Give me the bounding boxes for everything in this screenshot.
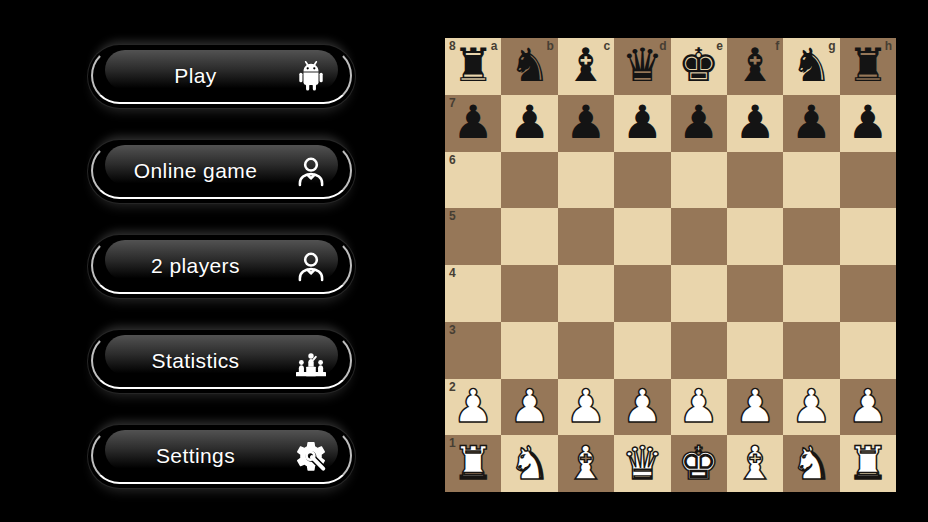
square-b5[interactable] <box>501 208 557 265</box>
black-pawn[interactable]: ♟ <box>453 99 494 145</box>
two-players-button-label: 2 players <box>88 235 303 296</box>
black-rook[interactable]: ♜ <box>847 42 888 88</box>
white-rook[interactable]: ♜ <box>847 440 888 486</box>
statistics-button-label: Statistics <box>88 330 303 391</box>
square-e7[interactable]: ♟ <box>671 95 727 152</box>
rank-label-5: 5 <box>449 210 456 222</box>
square-g2[interactable]: ♟ <box>783 379 839 436</box>
person-icon <box>293 248 329 284</box>
white-rook[interactable]: ♜ <box>453 440 494 486</box>
white-queen[interactable]: ♛ <box>622 440 663 486</box>
square-d3[interactable] <box>614 322 670 379</box>
online-game-button[interactable]: Online game <box>88 140 355 203</box>
square-c6[interactable] <box>558 152 614 209</box>
square-c4[interactable] <box>558 265 614 322</box>
square-h1[interactable]: ♜ <box>840 435 896 492</box>
square-c2[interactable]: ♟ <box>558 379 614 436</box>
black-pawn[interactable]: ♟ <box>734 99 775 145</box>
black-bishop[interactable]: ♝ <box>734 42 775 88</box>
black-bishop[interactable]: ♝ <box>565 42 606 88</box>
play-button[interactable]: Play <box>88 45 355 108</box>
square-d1[interactable]: ♛ <box>614 435 670 492</box>
square-e5[interactable] <box>671 208 727 265</box>
black-pawn[interactable]: ♟ <box>847 99 888 145</box>
square-g5[interactable] <box>783 208 839 265</box>
chessboard: a8♜b♞c♝d♛e♚f♝g♞h♜7♟♟♟♟♟♟♟♟65432♟♟♟♟♟♟♟♟1… <box>445 38 896 492</box>
square-h3[interactable] <box>840 322 896 379</box>
square-d5[interactable] <box>614 208 670 265</box>
square-c5[interactable] <box>558 208 614 265</box>
square-d4[interactable] <box>614 265 670 322</box>
square-b8[interactable]: b♞ <box>501 38 557 95</box>
square-f2[interactable]: ♟ <box>727 379 783 436</box>
square-e3[interactable] <box>671 322 727 379</box>
white-bishop[interactable]: ♝ <box>565 440 606 486</box>
white-pawn[interactable]: ♟ <box>453 383 494 429</box>
square-a3[interactable]: 3 <box>445 322 501 379</box>
white-pawn[interactable]: ♟ <box>622 383 663 429</box>
square-a2[interactable]: 2♟ <box>445 379 501 436</box>
square-c1[interactable]: ♝ <box>558 435 614 492</box>
square-d7[interactable]: ♟ <box>614 95 670 152</box>
square-d6[interactable] <box>614 152 670 209</box>
square-c8[interactable]: c♝ <box>558 38 614 95</box>
white-pawn[interactable]: ♟ <box>734 383 775 429</box>
square-f4[interactable] <box>727 265 783 322</box>
person-icon <box>293 153 329 189</box>
square-f3[interactable] <box>727 322 783 379</box>
black-pawn[interactable]: ♟ <box>622 99 663 145</box>
two-players-button[interactable]: 2 players <box>88 235 355 298</box>
gear-wrench-icon <box>293 438 329 474</box>
white-pawn[interactable]: ♟ <box>509 383 550 429</box>
square-g1[interactable]: ♞ <box>783 435 839 492</box>
square-b1[interactable]: ♞ <box>501 435 557 492</box>
file-label-f: f <box>775 40 779 52</box>
square-c7[interactable]: ♟ <box>558 95 614 152</box>
white-pawn[interactable]: ♟ <box>678 383 719 429</box>
square-h6[interactable] <box>840 152 896 209</box>
square-d8[interactable]: d♛ <box>614 38 670 95</box>
white-king[interactable]: ♚ <box>678 440 719 486</box>
square-e1[interactable]: ♚ <box>671 435 727 492</box>
white-bishop[interactable]: ♝ <box>734 440 775 486</box>
black-king[interactable]: ♚ <box>678 42 719 88</box>
square-f6[interactable] <box>727 152 783 209</box>
black-rook[interactable]: ♜ <box>453 42 494 88</box>
square-c3[interactable] <box>558 322 614 379</box>
square-e6[interactable] <box>671 152 727 209</box>
square-e2[interactable]: ♟ <box>671 379 727 436</box>
white-pawn[interactable]: ♟ <box>847 383 888 429</box>
square-a4[interactable]: 4 <box>445 265 501 322</box>
square-a7[interactable]: 7♟ <box>445 95 501 152</box>
play-button-label: Play <box>88 45 303 106</box>
square-f1[interactable]: ♝ <box>727 435 783 492</box>
square-f5[interactable] <box>727 208 783 265</box>
square-f8[interactable]: f♝ <box>727 38 783 95</box>
settings-button[interactable]: Settings <box>88 425 355 488</box>
square-b4[interactable] <box>501 265 557 322</box>
square-h8[interactable]: h♜ <box>840 38 896 95</box>
square-g8[interactable]: g♞ <box>783 38 839 95</box>
square-g4[interactable] <box>783 265 839 322</box>
square-g6[interactable] <box>783 152 839 209</box>
black-pawn[interactable]: ♟ <box>565 99 606 145</box>
rank-label-3: 3 <box>449 324 456 336</box>
white-pawn[interactable]: ♟ <box>565 383 606 429</box>
square-h7[interactable]: ♟ <box>840 95 896 152</box>
square-d2[interactable]: ♟ <box>614 379 670 436</box>
square-g3[interactable] <box>783 322 839 379</box>
square-b6[interactable] <box>501 152 557 209</box>
black-pawn[interactable]: ♟ <box>678 99 719 145</box>
square-h2[interactable]: ♟ <box>840 379 896 436</box>
android-icon <box>293 58 329 94</box>
square-h4[interactable] <box>840 265 896 322</box>
square-a5[interactable]: 5 <box>445 208 501 265</box>
settings-button-label: Settings <box>88 425 303 486</box>
square-f7[interactable]: ♟ <box>727 95 783 152</box>
square-b7[interactable]: ♟ <box>501 95 557 152</box>
square-g7[interactable]: ♟ <box>783 95 839 152</box>
black-queen[interactable]: ♛ <box>622 42 663 88</box>
square-a1[interactable]: 1♜ <box>445 435 501 492</box>
rank-label-4: 4 <box>449 267 456 279</box>
square-e4[interactable] <box>671 265 727 322</box>
black-knight[interactable]: ♞ <box>791 42 832 88</box>
black-pawn[interactable]: ♟ <box>509 99 550 145</box>
square-a8[interactable]: a8♜ <box>445 38 501 95</box>
square-b3[interactable] <box>501 322 557 379</box>
black-pawn[interactable]: ♟ <box>791 99 832 145</box>
main-menu: Play Online game <box>88 45 355 520</box>
statistics-button[interactable]: Statistics <box>88 330 355 393</box>
white-pawn[interactable]: ♟ <box>791 383 832 429</box>
square-e8[interactable]: e♚ <box>671 38 727 95</box>
white-knight[interactable]: ♞ <box>791 440 832 486</box>
square-a6[interactable]: 6 <box>445 152 501 209</box>
black-knight[interactable]: ♞ <box>509 42 550 88</box>
podium-icon <box>293 343 329 379</box>
square-b2[interactable]: ♟ <box>501 379 557 436</box>
square-h5[interactable] <box>840 208 896 265</box>
rank-label-6: 6 <box>449 154 456 166</box>
online-game-button-label: Online game <box>88 140 303 201</box>
white-knight[interactable]: ♞ <box>509 440 550 486</box>
